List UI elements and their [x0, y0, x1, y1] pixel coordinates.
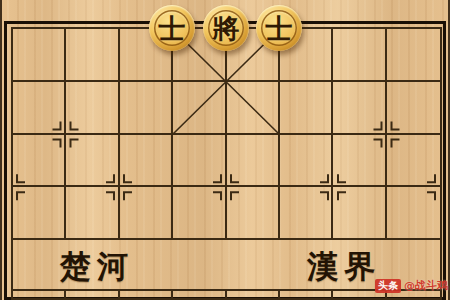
board-cell[interactable]	[280, 82, 333, 135]
xiangqi-board-screenshot: 楚河 漢界 士 將 士 头条 @战斗鸡	[0, 0, 450, 300]
watermark-username: @战斗鸡	[404, 280, 448, 292]
river-label-han: 漢界	[307, 248, 381, 284]
board-cell[interactable]	[227, 82, 280, 135]
black-general-piece[interactable]: 將	[203, 5, 249, 51]
board-cell[interactable]	[333, 187, 386, 240]
board-cell[interactable]	[13, 29, 66, 82]
piece-character: 士	[266, 15, 293, 42]
board-cell[interactable]	[120, 82, 173, 135]
board-cell[interactable]	[387, 135, 440, 188]
board-cell[interactable]	[387, 187, 440, 240]
board-cell[interactable]	[66, 187, 119, 240]
board-cell[interactable]	[120, 135, 173, 188]
black-advisor-piece-left[interactable]: 士	[149, 5, 195, 51]
board-cell-partial[interactable]	[227, 291, 280, 299]
board-cell[interactable]	[173, 82, 226, 135]
board-cell[interactable]	[173, 135, 226, 188]
piece-character: 將	[213, 15, 240, 42]
board-cell-partial[interactable]	[13, 291, 66, 299]
board-cell[interactable]	[120, 187, 173, 240]
board-cell[interactable]	[387, 82, 440, 135]
board-cell[interactable]	[66, 29, 119, 82]
board-cell[interactable]	[280, 187, 333, 240]
board-cell[interactable]	[13, 187, 66, 240]
piece-character: 士	[159, 15, 186, 42]
toutiao-logo-badge: 头条	[375, 279, 401, 293]
black-advisor-piece-right[interactable]: 士	[256, 5, 302, 51]
toutiao-watermark: 头条 @战斗鸡	[375, 279, 448, 293]
board-cell-partial[interactable]	[173, 291, 226, 299]
board-cell[interactable]	[227, 187, 280, 240]
board-cell[interactable]	[333, 29, 386, 82]
board-cell[interactable]	[333, 82, 386, 135]
board-cell-partial[interactable]	[120, 291, 173, 299]
board-cell[interactable]	[280, 135, 333, 188]
board-cells-upper	[13, 29, 440, 240]
piece-face: 士	[261, 10, 297, 46]
board-cell-partial[interactable]	[66, 291, 119, 299]
board-cell[interactable]	[333, 135, 386, 188]
board-left-edge	[0, 0, 2, 300]
board-cell[interactable]	[66, 135, 119, 188]
board-cell[interactable]	[13, 82, 66, 135]
board-cell-partial[interactable]	[280, 291, 333, 299]
board-cell[interactable]	[66, 82, 119, 135]
piece-face: 士	[154, 10, 190, 46]
board-cell[interactable]	[387, 29, 440, 82]
river-label-chu: 楚河	[60, 248, 134, 284]
board-cell[interactable]	[173, 187, 226, 240]
piece-face: 將	[208, 10, 244, 46]
board-cell[interactable]	[227, 135, 280, 188]
board-cell[interactable]	[13, 135, 66, 188]
